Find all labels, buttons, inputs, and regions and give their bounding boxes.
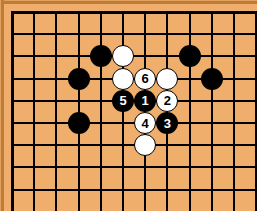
go-board-diagram: 651243 — [0, 0, 257, 211]
grid-line-vertical — [255, 11, 257, 212]
move-number-label: 6 — [142, 72, 149, 85]
board-frame-left — [0, 0, 4, 211]
grid-line-vertical — [233, 11, 235, 212]
stone-white-move-2: 2 — [156, 90, 178, 112]
move-number-label: 3 — [164, 116, 171, 129]
move-number-label: 4 — [142, 116, 149, 129]
grid-line-vertical — [11, 11, 14, 212]
stone-white — [134, 134, 156, 156]
stone-black — [68, 112, 90, 134]
stone-black-move-1: 1 — [134, 90, 156, 112]
stone-white-move-4: 4 — [134, 112, 156, 134]
stone-black — [90, 45, 112, 67]
grid-line-vertical — [211, 11, 213, 212]
board-frame-top — [0, 0, 257, 4]
grid-line-vertical — [78, 11, 80, 212]
grid-line-vertical — [55, 11, 57, 212]
move-number-label: 2 — [164, 94, 171, 107]
stone-black-move-3: 3 — [156, 112, 178, 134]
stone-white — [112, 45, 134, 67]
grid-line-vertical — [189, 11, 191, 212]
grid-line-horizontal — [11, 33, 258, 35]
move-number-label: 5 — [119, 94, 126, 107]
grid-line-horizontal — [11, 189, 258, 191]
grid-line-horizontal — [11, 166, 258, 168]
stone-white-move-6: 6 — [134, 68, 156, 90]
stone-black — [68, 68, 90, 90]
stone-white — [156, 68, 178, 90]
stone-white — [112, 68, 134, 90]
stone-black-move-5: 5 — [112, 90, 134, 112]
stone-black — [201, 68, 223, 90]
grid-line-vertical — [100, 11, 102, 212]
move-number-label: 1 — [142, 94, 149, 107]
grid-line-horizontal — [11, 11, 258, 14]
grid-line-vertical — [33, 11, 35, 212]
stone-black — [179, 45, 201, 67]
